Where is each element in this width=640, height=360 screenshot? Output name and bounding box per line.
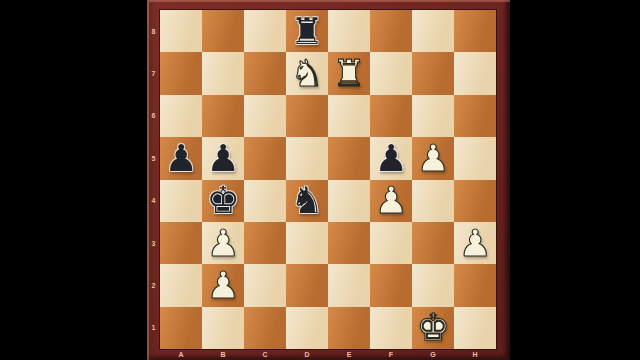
- white-rook-e7[interactable]: ♜: [332, 55, 365, 92]
- file-label-c: C: [244, 349, 286, 360]
- square-b1[interactable]: [202, 307, 244, 349]
- rank-label-4: 4: [147, 180, 160, 222]
- square-e3[interactable]: [328, 222, 370, 264]
- white-pawn-b2[interactable]: ♟: [206, 267, 239, 304]
- square-c6[interactable]: [244, 95, 286, 137]
- black-knight-d4[interactable]: ♞: [290, 182, 323, 219]
- square-f1[interactable]: [370, 307, 412, 349]
- rank-label-6: 6: [147, 95, 160, 137]
- square-e8[interactable]: [328, 10, 370, 52]
- square-h6[interactable]: [454, 95, 496, 137]
- square-g7[interactable]: [412, 52, 454, 94]
- square-c8[interactable]: [244, 10, 286, 52]
- square-g3[interactable]: [412, 222, 454, 264]
- square-d1[interactable]: [286, 307, 328, 349]
- chess-board-frame: 87654321 ABCDEFGH ♜♞♜♟♟♟♟♚♞♟♟♟♟♚: [147, 0, 510, 360]
- square-b4[interactable]: ♚: [202, 180, 244, 222]
- white-pawn-h3[interactable]: ♟: [458, 225, 491, 262]
- file-label-b: B: [202, 349, 244, 360]
- square-f5[interactable]: ♟: [370, 137, 412, 179]
- video-background: 87654321 ABCDEFGH ♜♞♜♟♟♟♟♚♞♟♟♟♟♚: [0, 0, 640, 360]
- square-d6[interactable]: [286, 95, 328, 137]
- square-d2[interactable]: [286, 264, 328, 306]
- square-h5[interactable]: [454, 137, 496, 179]
- square-f2[interactable]: [370, 264, 412, 306]
- rank-label-1: 1: [147, 307, 160, 349]
- square-g8[interactable]: [412, 10, 454, 52]
- square-f4[interactable]: ♟: [370, 180, 412, 222]
- rank-label-5: 5: [147, 137, 160, 179]
- white-knight-d7[interactable]: ♞: [290, 55, 323, 92]
- rank-label-3: 3: [147, 222, 160, 264]
- black-pawn-a5[interactable]: ♟: [164, 140, 197, 177]
- square-f6[interactable]: [370, 95, 412, 137]
- black-rook-d8[interactable]: ♜: [290, 13, 323, 50]
- file-label-e: E: [328, 349, 370, 360]
- white-pawn-b3[interactable]: ♟: [206, 225, 239, 262]
- square-c5[interactable]: [244, 137, 286, 179]
- file-label-d: D: [286, 349, 328, 360]
- square-h3[interactable]: ♟: [454, 222, 496, 264]
- square-h8[interactable]: [454, 10, 496, 52]
- square-b8[interactable]: [202, 10, 244, 52]
- square-b2[interactable]: ♟: [202, 264, 244, 306]
- square-h1[interactable]: [454, 307, 496, 349]
- rank-labels: 87654321: [147, 10, 160, 349]
- square-e6[interactable]: [328, 95, 370, 137]
- rank-label-7: 7: [147, 52, 160, 94]
- square-e7[interactable]: ♜: [328, 52, 370, 94]
- square-a8[interactable]: [160, 10, 202, 52]
- file-label-a: A: [160, 349, 202, 360]
- square-a7[interactable]: [160, 52, 202, 94]
- square-b3[interactable]: ♟: [202, 222, 244, 264]
- square-h2[interactable]: [454, 264, 496, 306]
- square-g4[interactable]: [412, 180, 454, 222]
- square-g6[interactable]: [412, 95, 454, 137]
- square-c2[interactable]: [244, 264, 286, 306]
- black-pawn-b5[interactable]: ♟: [206, 140, 239, 177]
- rank-label-8: 8: [147, 10, 160, 52]
- square-f7[interactable]: [370, 52, 412, 94]
- file-labels: ABCDEFGH: [160, 349, 496, 360]
- square-e1[interactable]: [328, 307, 370, 349]
- square-g1[interactable]: ♚: [412, 307, 454, 349]
- black-pawn-f5[interactable]: ♟: [374, 140, 407, 177]
- white-king-g1[interactable]: ♚: [416, 309, 449, 346]
- square-d5[interactable]: [286, 137, 328, 179]
- square-a1[interactable]: [160, 307, 202, 349]
- square-g5[interactable]: ♟: [412, 137, 454, 179]
- square-a5[interactable]: ♟: [160, 137, 202, 179]
- square-d7[interactable]: ♞: [286, 52, 328, 94]
- file-label-f: F: [370, 349, 412, 360]
- square-h7[interactable]: [454, 52, 496, 94]
- white-pawn-f4[interactable]: ♟: [374, 182, 407, 219]
- file-label-h: H: [454, 349, 496, 360]
- chess-board: ♜♞♜♟♟♟♟♚♞♟♟♟♟♚: [160, 10, 496, 349]
- square-a3[interactable]: [160, 222, 202, 264]
- square-g2[interactable]: [412, 264, 454, 306]
- square-d4[interactable]: ♞: [286, 180, 328, 222]
- rank-label-2: 2: [147, 264, 160, 306]
- white-pawn-g5[interactable]: ♟: [416, 140, 449, 177]
- square-c7[interactable]: [244, 52, 286, 94]
- square-b5[interactable]: ♟: [202, 137, 244, 179]
- file-label-g: G: [412, 349, 454, 360]
- square-b7[interactable]: [202, 52, 244, 94]
- square-d8[interactable]: ♜: [286, 10, 328, 52]
- square-e2[interactable]: [328, 264, 370, 306]
- square-f3[interactable]: [370, 222, 412, 264]
- square-a4[interactable]: [160, 180, 202, 222]
- square-c3[interactable]: [244, 222, 286, 264]
- black-king-b4[interactable]: ♚: [206, 182, 239, 219]
- square-f8[interactable]: [370, 10, 412, 52]
- square-a2[interactable]: [160, 264, 202, 306]
- square-d3[interactable]: [286, 222, 328, 264]
- square-a6[interactable]: [160, 95, 202, 137]
- square-c4[interactable]: [244, 180, 286, 222]
- square-b6[interactable]: [202, 95, 244, 137]
- square-h4[interactable]: [454, 180, 496, 222]
- square-e4[interactable]: [328, 180, 370, 222]
- square-e5[interactable]: [328, 137, 370, 179]
- square-c1[interactable]: [244, 307, 286, 349]
